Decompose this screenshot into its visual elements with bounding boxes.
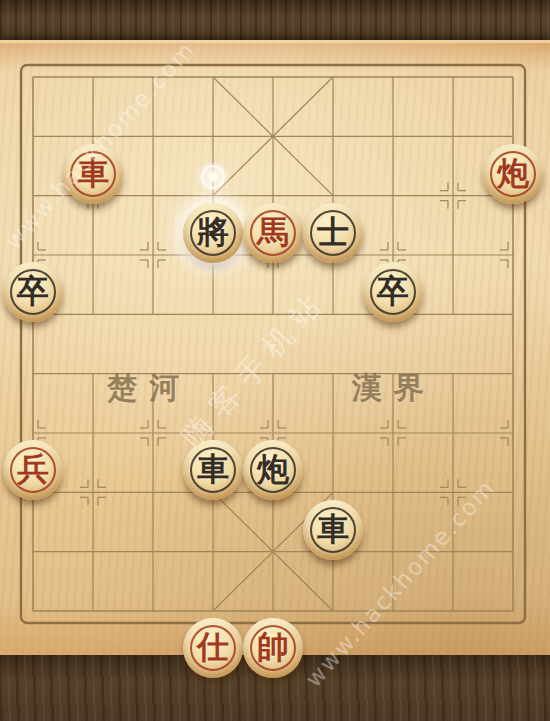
table-wood-top	[0, 0, 550, 40]
piece-black-炮[interactable]: 炮	[243, 440, 303, 500]
piece-character: 炮	[243, 440, 303, 500]
piece-character: 仕	[183, 618, 243, 678]
piece-character: 卒	[363, 262, 423, 322]
piece-red-車[interactable]: 車	[63, 144, 123, 204]
piece-character: 士	[303, 203, 363, 263]
piece-character: 兵	[3, 440, 63, 500]
piece-character: 馬	[243, 203, 303, 263]
xiangqi-app-screen: 楚河 漢界 車炮將馬士卒卒兵車炮車仕帥 www.hackhome.com 嗨客手…	[0, 0, 550, 721]
xiangqi-board: 楚河 漢界 車炮將馬士卒卒兵車炮車仕帥	[0, 40, 550, 655]
piece-character: 車	[303, 500, 363, 560]
piece-black-士[interactable]: 士	[303, 203, 363, 263]
piece-black-車[interactable]: 車	[303, 500, 363, 560]
piece-black-車[interactable]: 車	[183, 440, 243, 500]
piece-red-馬[interactable]: 馬	[243, 203, 303, 263]
piece-character: 帥	[243, 618, 303, 678]
piece-red-仕[interactable]: 仕	[183, 618, 243, 678]
pieces-grid: 車炮將馬士卒卒兵車炮車仕帥	[3, 88, 543, 681]
piece-character: 卒	[3, 262, 63, 322]
piece-red-兵[interactable]: 兵	[3, 440, 63, 500]
piece-character: 車	[63, 144, 123, 204]
piece-character: 車	[183, 440, 243, 500]
piece-black-卒[interactable]: 卒	[363, 262, 423, 322]
piece-character: 炮	[483, 144, 543, 204]
piece-black-卒[interactable]: 卒	[3, 262, 63, 322]
move-indicator-dot[interactable]	[198, 162, 228, 192]
piece-red-帥[interactable]: 帥	[243, 618, 303, 678]
piece-red-炮[interactable]: 炮	[483, 144, 543, 204]
piece-black-將[interactable]: 將	[183, 203, 243, 263]
piece-character: 將	[183, 203, 243, 263]
